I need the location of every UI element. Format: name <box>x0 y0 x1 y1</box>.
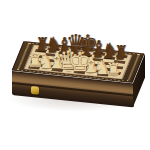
rook-glyph: ♜ <box>106 61 121 78</box>
brass-latch-icon <box>31 86 39 95</box>
piece-white-rook: ♜ <box>108 74 120 78</box>
product-photo-scene: ♜♞♝♛♚♝♞♜♟♟♟♟♟♟♟♟♟♟♟♟♟♟♟♟♜♞♝♛♚♝♞♜ <box>0 0 150 150</box>
lid-seam <box>12 82 134 96</box>
pieces-layer: ♜♞♝♛♚♝♞♜♟♟♟♟♟♟♟♟♟♟♟♟♟♟♟♟♜♞♝♛♚♝♞♜ <box>28 46 128 78</box>
